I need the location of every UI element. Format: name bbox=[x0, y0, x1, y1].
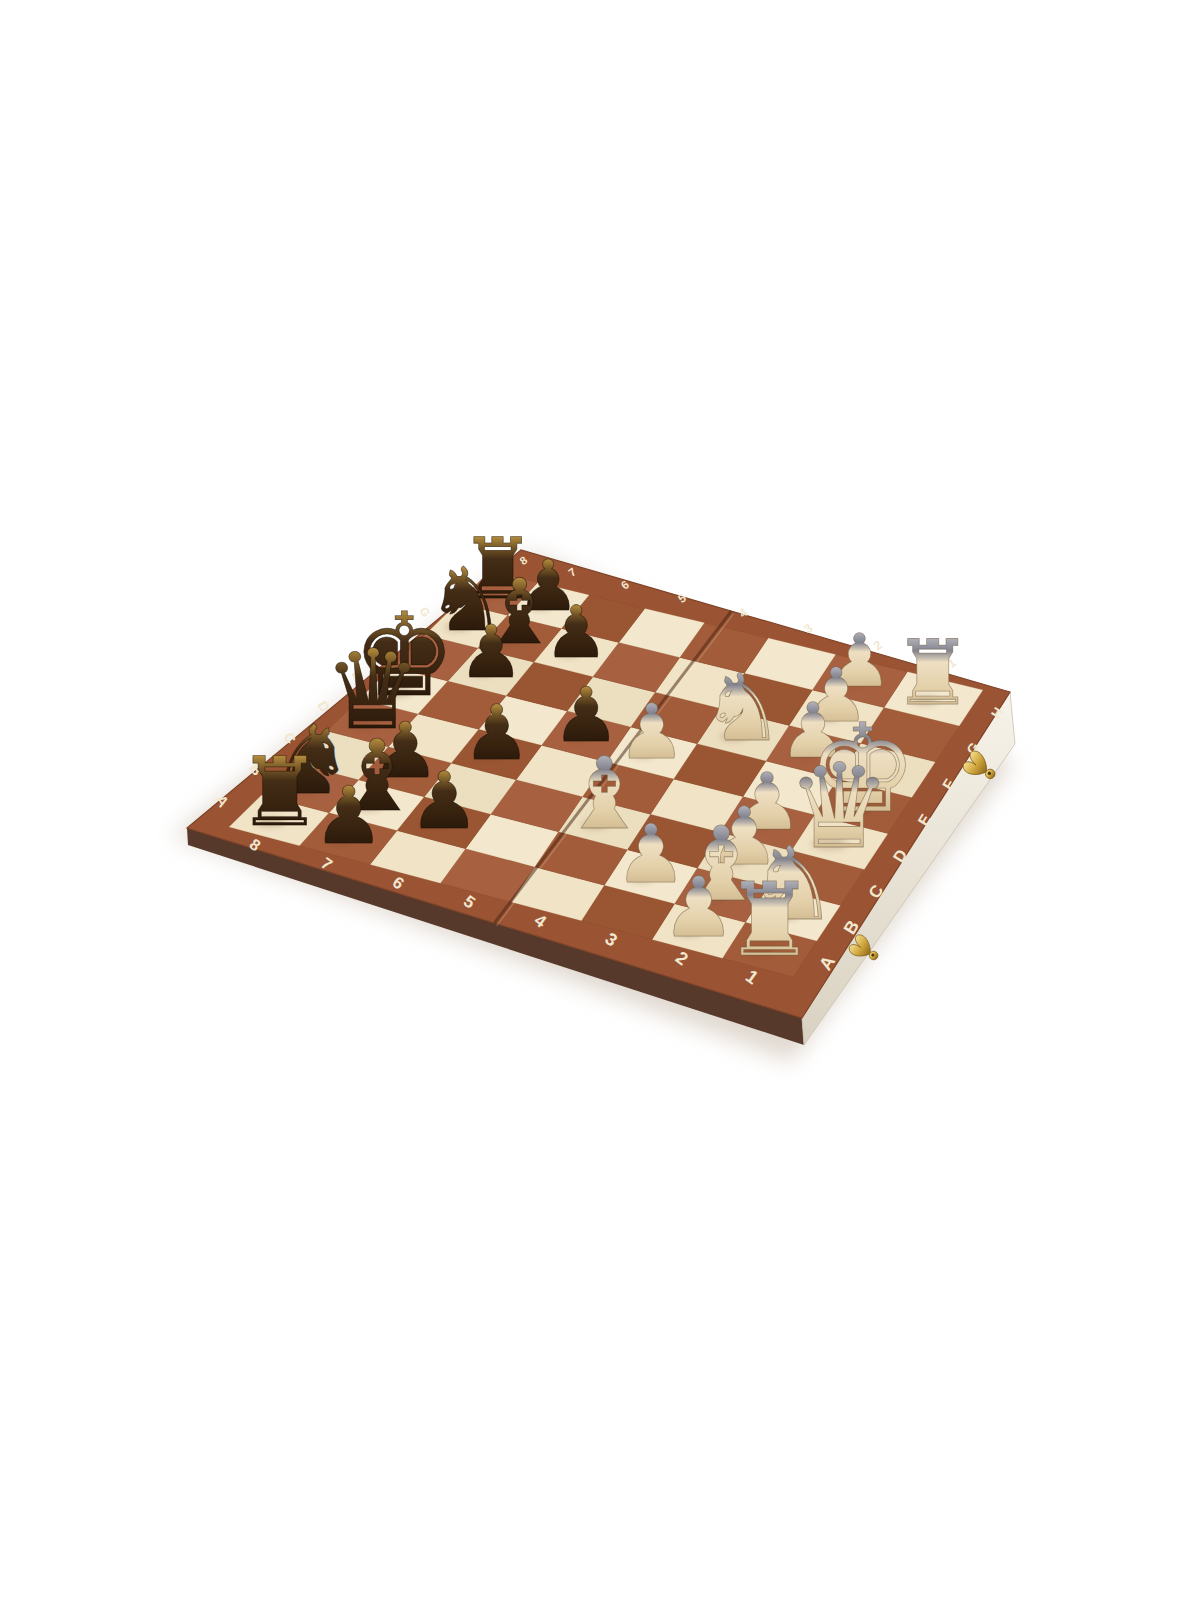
black-pawn-g6[interactable]: ♟ bbox=[544, 590, 608, 674]
black-pawn-f7[interactable]: ♟ bbox=[458, 610, 523, 694]
black-pawn-b6[interactable]: ♟ bbox=[409, 755, 479, 847]
black-rook-a8[interactable]: ♜ bbox=[237, 737, 322, 847]
chess-board: AABBCCDDEEFFGGHH1122334455667788♜♟♞♝♟♟♟♚… bbox=[0, 0, 1200, 1600]
white-rook-a1[interactable]: ♜ bbox=[724, 861, 815, 979]
product-photo: AABBCCDDEEFFGGHH1122334455667788♜♟♞♝♟♟♟♚… bbox=[0, 0, 1200, 1600]
black-pawn-a7[interactable]: ♟ bbox=[313, 769, 384, 862]
white-knight-f3[interactable]: ♞ bbox=[701, 654, 784, 762]
